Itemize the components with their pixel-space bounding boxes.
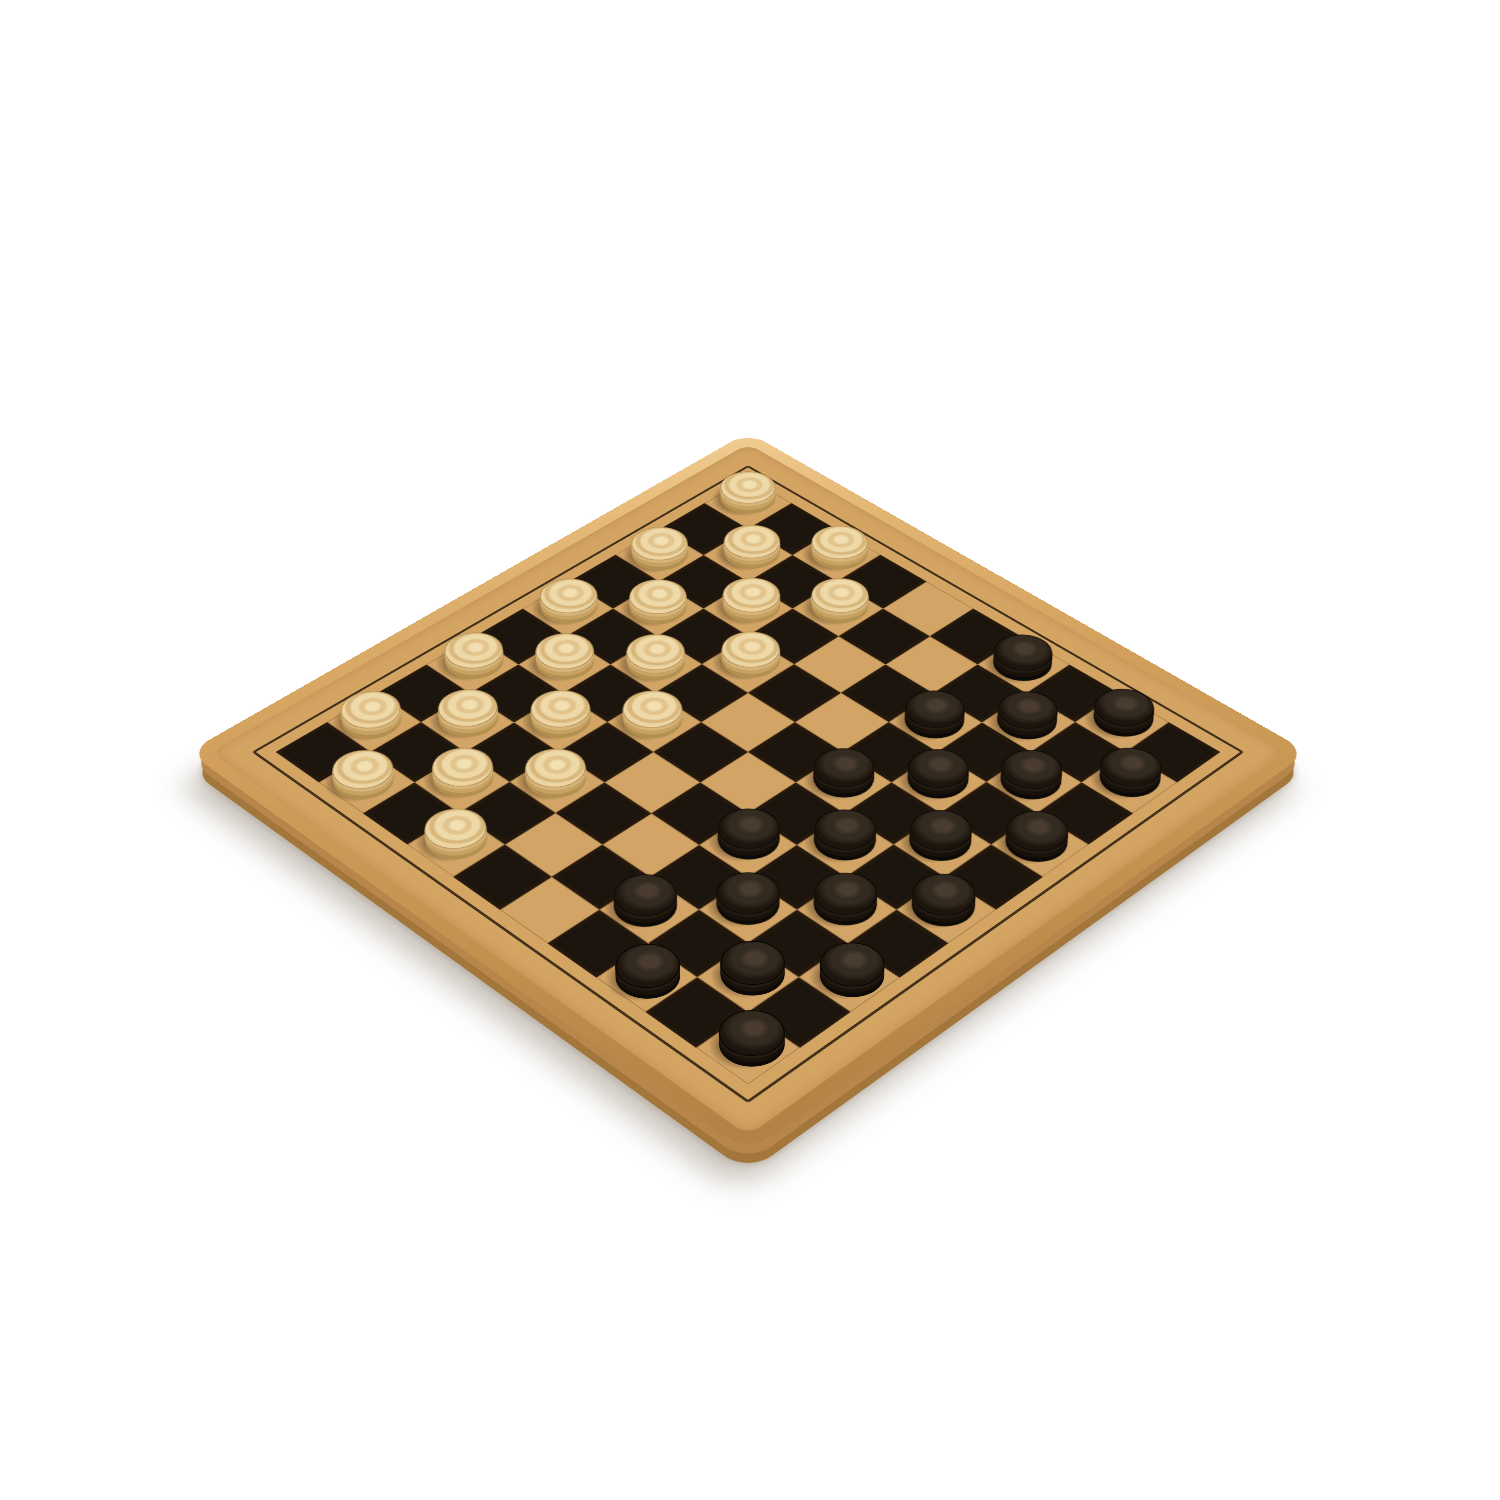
dark-piece: [1082, 695, 1166, 748]
product-photo: [0, 0, 1500, 1500]
board-surface: [188, 432, 1308, 1154]
draughts-board: [188, 432, 1308, 1154]
board-grid: [276, 478, 1221, 1084]
